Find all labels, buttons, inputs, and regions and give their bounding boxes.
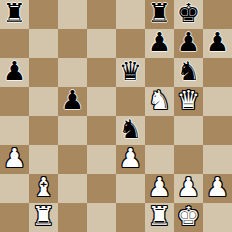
square-e5[interactable] <box>116 87 145 116</box>
chess-board: ♜♜♚♟♟♟♟♛♞♟♞♛♞♟♟♝♟♟♟♜♜♚ <box>0 0 232 232</box>
square-d6[interactable] <box>87 58 116 87</box>
square-b1[interactable]: ♜ <box>29 203 58 232</box>
black-queen-e6[interactable]: ♛ <box>119 57 142 86</box>
square-c8[interactable] <box>58 0 87 29</box>
square-h2[interactable]: ♟ <box>203 174 232 203</box>
black-knight-g6[interactable]: ♞ <box>177 57 200 86</box>
black-pawn-c5[interactable]: ♟ <box>61 86 84 115</box>
square-f5[interactable]: ♞ <box>145 87 174 116</box>
white-pawn-f2[interactable]: ♟ <box>148 173 171 202</box>
square-f2[interactable]: ♟ <box>145 174 174 203</box>
square-f7[interactable]: ♟ <box>145 29 174 58</box>
square-e2[interactable] <box>116 174 145 203</box>
square-d2[interactable] <box>87 174 116 203</box>
square-a8[interactable]: ♜ <box>0 0 29 29</box>
square-g2[interactable]: ♟ <box>174 174 203 203</box>
square-b3[interactable] <box>29 145 58 174</box>
square-g8[interactable]: ♚ <box>174 0 203 29</box>
square-h1[interactable] <box>203 203 232 232</box>
square-a1[interactable] <box>0 203 29 232</box>
white-king-g1[interactable]: ♚ <box>177 202 200 231</box>
black-pawn-f7[interactable]: ♟ <box>148 28 171 57</box>
white-queen-g5[interactable]: ♛ <box>177 86 200 115</box>
square-h7[interactable]: ♟ <box>203 29 232 58</box>
white-pawn-e3[interactable]: ♟ <box>119 144 142 173</box>
square-c2[interactable] <box>58 174 87 203</box>
square-c5[interactable]: ♟ <box>58 87 87 116</box>
black-king-g8[interactable]: ♚ <box>177 0 200 28</box>
square-a6[interactable]: ♟ <box>0 58 29 87</box>
square-f4[interactable] <box>145 116 174 145</box>
square-d5[interactable] <box>87 87 116 116</box>
square-f3[interactable] <box>145 145 174 174</box>
square-e7[interactable] <box>116 29 145 58</box>
square-f8[interactable]: ♜ <box>145 0 174 29</box>
square-h8[interactable] <box>203 0 232 29</box>
square-a4[interactable] <box>0 116 29 145</box>
black-pawn-a6[interactable]: ♟ <box>3 57 26 86</box>
square-a7[interactable] <box>0 29 29 58</box>
square-g6[interactable]: ♞ <box>174 58 203 87</box>
square-d1[interactable] <box>87 203 116 232</box>
square-d4[interactable] <box>87 116 116 145</box>
square-b4[interactable] <box>29 116 58 145</box>
square-h6[interactable] <box>203 58 232 87</box>
square-c4[interactable] <box>58 116 87 145</box>
square-g5[interactable]: ♛ <box>174 87 203 116</box>
square-e3[interactable]: ♟ <box>116 145 145 174</box>
square-d3[interactable] <box>87 145 116 174</box>
white-bishop-b2[interactable]: ♝ <box>32 173 55 202</box>
square-g3[interactable] <box>174 145 203 174</box>
square-g1[interactable]: ♚ <box>174 203 203 232</box>
white-pawn-g2[interactable]: ♟ <box>177 173 200 202</box>
white-rook-b1[interactable]: ♜ <box>32 202 55 231</box>
square-f6[interactable] <box>145 58 174 87</box>
square-h3[interactable] <box>203 145 232 174</box>
square-b7[interactable] <box>29 29 58 58</box>
square-c6[interactable] <box>58 58 87 87</box>
square-e4[interactable]: ♞ <box>116 116 145 145</box>
black-pawn-g7[interactable]: ♟ <box>177 28 200 57</box>
black-pawn-h7[interactable]: ♟ <box>206 28 229 57</box>
black-rook-a8[interactable]: ♜ <box>3 0 26 28</box>
square-c7[interactable] <box>58 29 87 58</box>
black-rook-f8[interactable]: ♜ <box>148 0 171 28</box>
square-c1[interactable] <box>58 203 87 232</box>
square-e6[interactable]: ♛ <box>116 58 145 87</box>
white-pawn-h2[interactable]: ♟ <box>206 173 229 202</box>
square-g4[interactable] <box>174 116 203 145</box>
square-e1[interactable] <box>116 203 145 232</box>
square-e8[interactable] <box>116 0 145 29</box>
white-rook-f1[interactable]: ♜ <box>148 202 171 231</box>
square-a5[interactable] <box>0 87 29 116</box>
white-pawn-a3[interactable]: ♟ <box>3 144 26 173</box>
square-h4[interactable] <box>203 116 232 145</box>
square-c3[interactable] <box>58 145 87 174</box>
square-a2[interactable] <box>0 174 29 203</box>
square-b8[interactable] <box>29 0 58 29</box>
square-d7[interactable] <box>87 29 116 58</box>
square-b5[interactable] <box>29 87 58 116</box>
square-h5[interactable] <box>203 87 232 116</box>
square-b6[interactable] <box>29 58 58 87</box>
square-g7[interactable]: ♟ <box>174 29 203 58</box>
square-b2[interactable]: ♝ <box>29 174 58 203</box>
black-knight-e4[interactable]: ♞ <box>119 115 142 144</box>
square-f1[interactable]: ♜ <box>145 203 174 232</box>
white-knight-f5[interactable]: ♞ <box>148 86 171 115</box>
square-a3[interactable]: ♟ <box>0 145 29 174</box>
square-d8[interactable] <box>87 0 116 29</box>
